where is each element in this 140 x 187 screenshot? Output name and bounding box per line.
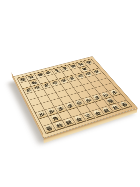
cell-8g: 歩 <box>45 107 58 116</box>
cell-9g: 歩 <box>35 109 48 119</box>
koma-shape: 歩 <box>100 91 111 98</box>
koma-kanji: 桂 <box>110 104 121 111</box>
cell-8e <box>38 94 51 103</box>
cell-5f <box>69 93 82 101</box>
koma-shape: 角 <box>49 113 60 121</box>
koma-kanji: 角 <box>49 114 60 121</box>
koma-kanji: 香 <box>17 76 26 82</box>
piece-pawn-sente: 歩 <box>100 91 111 98</box>
koma-kanji: 金 <box>73 115 84 123</box>
cell-6g: 歩 <box>63 101 76 110</box>
piece-bishop-sente: 角 <box>49 113 60 121</box>
cell-2h: 飛 <box>104 96 118 105</box>
piece-pawn-sente: 歩 <box>45 107 56 115</box>
piece-silver-sente: 銀 <box>63 117 75 126</box>
piece-gold-sente: 金 <box>91 109 103 117</box>
koma-kanji: 歩 <box>92 94 102 101</box>
cell-7i: 銀 <box>62 117 76 127</box>
piece-silver-sente: 銀 <box>100 106 112 114</box>
cell-4h <box>86 102 100 111</box>
piece-gold-sente: 金 <box>72 114 84 123</box>
cell-5g: 歩 <box>73 98 86 107</box>
koma-shape: 香 <box>43 123 55 132</box>
koma-kanji: 銀 <box>63 118 74 126</box>
cell-3h <box>95 99 109 108</box>
cell-7e <box>47 92 60 100</box>
cell-9h <box>38 116 52 126</box>
koma-shape: 香 <box>118 100 130 108</box>
cell-7f <box>50 98 63 107</box>
cell-1i: 香 <box>117 100 131 109</box>
koma-kanji: 歩 <box>109 89 119 95</box>
cell-8f <box>41 100 54 109</box>
cell-7g: 歩 <box>54 104 67 113</box>
koma-kanji: 香 <box>119 101 130 108</box>
cell-9e <box>28 97 41 106</box>
cell-2g: 歩 <box>99 91 112 99</box>
koma-shape: 桂 <box>53 120 65 129</box>
koma-kanji: 桂 <box>53 121 64 129</box>
koma-kanji: 香 <box>43 124 54 132</box>
koma-kanji: 歩 <box>23 86 33 92</box>
cell-6f <box>60 95 73 104</box>
piece-pawn-sente: 歩 <box>64 101 75 109</box>
koma-shape: 飛 <box>104 97 115 105</box>
koma-kanji: 飛 <box>29 79 38 85</box>
koma-shape: 銀 <box>63 117 75 126</box>
cell-4i: 金 <box>90 108 104 117</box>
cell-7h <box>58 110 72 120</box>
koma-kanji: 歩 <box>91 68 100 73</box>
cell-5h <box>77 104 91 113</box>
koma-kanji: 銀 <box>101 107 112 114</box>
koma-shape: 王 <box>82 111 94 119</box>
koma-kanji: 桂 <box>26 74 35 80</box>
cell-4g: 歩 <box>81 96 94 105</box>
koma-kanji: 香 <box>83 59 92 64</box>
koma-shape: 歩 <box>45 107 56 115</box>
koma-shape: 銀 <box>100 106 112 114</box>
cell-6i: 金 <box>72 114 86 124</box>
koma-kanji: 歩 <box>83 97 94 104</box>
product-photo: 香桂銀金玉金銀桂香飛角歩歩歩歩歩歩歩歩歩歩歩歩歩歩歩歩歩歩角飛香桂銀金王金銀桂香 <box>0 0 140 187</box>
piece-pawn-sente: 歩 <box>91 94 102 101</box>
cell-2i: 桂 <box>108 102 122 111</box>
piece-rook-sente: 飛 <box>104 97 115 105</box>
piece-king-sente: 王 <box>82 111 94 119</box>
cell-9d <box>25 91 37 99</box>
cell-8i: 桂 <box>52 120 66 130</box>
piece-pawn-sente: 歩 <box>73 99 84 107</box>
koma-shape: 歩 <box>36 110 47 118</box>
cell-6h <box>67 107 81 116</box>
koma-shape: 歩 <box>108 89 119 96</box>
cell-5i: 王 <box>81 111 95 121</box>
koma-kanji: 金 <box>92 110 103 117</box>
piece-pawn-sente: 歩 <box>108 89 119 96</box>
koma-kanji: 歩 <box>46 108 57 115</box>
koma-kanji: 歩 <box>65 102 76 109</box>
cell-8h: 角 <box>48 113 62 123</box>
koma-shape: 金 <box>72 114 84 123</box>
koma-kanji: 歩 <box>100 92 110 98</box>
piece-knight-sente: 桂 <box>53 120 65 129</box>
koma-shape: 歩 <box>82 96 93 104</box>
cell-9i: 香 <box>42 123 56 133</box>
cell-9f <box>32 103 45 112</box>
piece-pawn-sente: 歩 <box>36 110 47 118</box>
piece-pawn-sente: 歩 <box>55 104 66 112</box>
koma-kanji: 歩 <box>55 105 66 112</box>
koma-kanji: 歩 <box>36 111 47 118</box>
cell-3g: 歩 <box>90 93 103 102</box>
koma-shape: 金 <box>91 109 103 117</box>
koma-kanji: 歩 <box>74 100 85 107</box>
piece-lance-sente: 香 <box>118 100 130 108</box>
cell-1h <box>112 94 126 103</box>
koma-kanji: 歩 <box>32 84 42 90</box>
koma-shape: 歩 <box>91 94 102 101</box>
koma-shape: 歩 <box>64 101 75 109</box>
piece-lance-sente: 香 <box>43 123 55 132</box>
piece-pawn-sente: 歩 <box>82 96 93 104</box>
koma-shape: 歩 <box>73 99 84 107</box>
cell-3i: 銀 <box>99 105 113 114</box>
koma-kanji: 飛 <box>105 98 116 105</box>
koma-shape: 歩 <box>55 104 66 112</box>
koma-kanji: 王 <box>82 112 93 119</box>
piece-knight-sente: 桂 <box>109 103 121 111</box>
koma-shape: 桂 <box>109 103 121 111</box>
